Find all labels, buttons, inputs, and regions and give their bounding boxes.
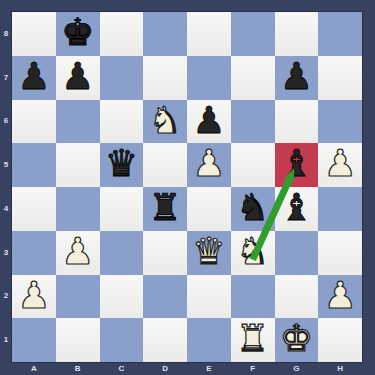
square-g2[interactable] — [275, 275, 319, 319]
square-f1[interactable]: ♜ — [231, 318, 275, 362]
square-g6[interactable] — [275, 100, 319, 144]
piece-white-pawn-b3[interactable]: ♟ — [61, 230, 94, 274]
file-label-c: C — [100, 364, 144, 375]
piece-white-queen-e3[interactable]: ♛ — [192, 230, 225, 274]
square-f3[interactable]: ♞ — [231, 231, 275, 275]
square-e3[interactable]: ♛ — [187, 231, 231, 275]
square-f5[interactable] — [231, 143, 275, 187]
file-label-e: E — [187, 364, 231, 375]
square-e6[interactable]: ♟ — [187, 100, 231, 144]
square-g3[interactable] — [275, 231, 319, 275]
square-c8[interactable] — [100, 12, 144, 56]
square-h4[interactable] — [318, 187, 362, 231]
piece-white-knight-d6[interactable]: ♞ — [149, 99, 182, 143]
square-c7[interactable] — [100, 56, 144, 100]
square-e8[interactable] — [187, 12, 231, 56]
piece-black-queen-c5[interactable]: ♛ — [105, 142, 138, 186]
square-f8[interactable] — [231, 12, 275, 56]
square-g1[interactable]: ♚ — [275, 318, 319, 362]
square-a8[interactable] — [12, 12, 56, 56]
square-a6[interactable] — [12, 100, 56, 144]
rank-label-1: 1 — [0, 335, 12, 345]
square-b7[interactable]: ♟ — [56, 56, 100, 100]
file-label-f: F — [231, 364, 275, 375]
square-d4[interactable]: ♜ — [143, 187, 187, 231]
square-a5[interactable] — [12, 143, 56, 187]
square-e5[interactable]: ♟ — [187, 143, 231, 187]
piece-black-bishop-g5[interactable]: ♝ — [280, 142, 313, 186]
square-b2[interactable] — [56, 275, 100, 319]
square-d8[interactable] — [143, 12, 187, 56]
rank-label-2: 2 — [0, 291, 12, 301]
square-c2[interactable] — [100, 275, 144, 319]
square-a2[interactable]: ♟ — [12, 275, 56, 319]
square-c4[interactable] — [100, 187, 144, 231]
square-e1[interactable] — [187, 318, 231, 362]
chess-board-frame: ♚♟♟♟♞♟♛♟♝♟♜♞♝♟♛♞♟♟♜♚ 87654321 ABCDEFGH — [0, 0, 375, 375]
square-d7[interactable] — [143, 56, 187, 100]
square-d6[interactable]: ♞ — [143, 100, 187, 144]
square-c1[interactable] — [100, 318, 144, 362]
square-h1[interactable] — [318, 318, 362, 362]
square-a1[interactable] — [12, 318, 56, 362]
piece-white-pawn-e5[interactable]: ♟ — [192, 142, 225, 186]
piece-black-pawn-e6[interactable]: ♟ — [192, 99, 225, 143]
piece-black-bishop-g4[interactable]: ♝ — [280, 186, 313, 230]
square-d5[interactable] — [143, 143, 187, 187]
piece-black-knight-f4[interactable]: ♞ — [236, 186, 269, 230]
piece-white-pawn-h2[interactable]: ♟ — [324, 274, 357, 318]
file-label-b: B — [56, 364, 100, 375]
square-d3[interactable] — [143, 231, 187, 275]
square-b3[interactable]: ♟ — [56, 231, 100, 275]
square-f6[interactable] — [231, 100, 275, 144]
piece-black-pawn-g7[interactable]: ♟ — [280, 55, 313, 99]
square-b5[interactable] — [56, 143, 100, 187]
file-label-g: G — [275, 364, 319, 375]
square-c3[interactable] — [100, 231, 144, 275]
square-d2[interactable] — [143, 275, 187, 319]
piece-white-pawn-a2[interactable]: ♟ — [17, 274, 50, 318]
file-label-h: H — [318, 364, 362, 375]
piece-black-king-b8[interactable]: ♚ — [61, 11, 94, 55]
square-h7[interactable] — [318, 56, 362, 100]
square-f2[interactable] — [231, 275, 275, 319]
square-b4[interactable] — [56, 187, 100, 231]
square-f7[interactable] — [231, 56, 275, 100]
chess-board: ♚♟♟♟♞♟♛♟♝♟♜♞♝♟♛♞♟♟♜♚ — [12, 12, 362, 362]
rank-label-6: 6 — [0, 116, 12, 126]
square-a3[interactable] — [12, 231, 56, 275]
square-g4[interactable]: ♝ — [275, 187, 319, 231]
square-g5[interactable]: ♝ — [275, 143, 319, 187]
square-g8[interactable] — [275, 12, 319, 56]
rank-label-8: 8 — [0, 29, 12, 39]
piece-white-knight-f3[interactable]: ♞ — [236, 230, 269, 274]
piece-white-king-g1[interactable]: ♚ — [280, 317, 313, 361]
square-e2[interactable] — [187, 275, 231, 319]
square-c5[interactable]: ♛ — [100, 143, 144, 187]
square-h6[interactable] — [318, 100, 362, 144]
square-b8[interactable]: ♚ — [56, 12, 100, 56]
square-g7[interactable]: ♟ — [275, 56, 319, 100]
square-b6[interactable] — [56, 100, 100, 144]
square-h2[interactable]: ♟ — [318, 275, 362, 319]
file-label-a: A — [12, 364, 56, 375]
square-e4[interactable] — [187, 187, 231, 231]
square-h5[interactable]: ♟ — [318, 143, 362, 187]
piece-black-pawn-b7[interactable]: ♟ — [61, 55, 94, 99]
rank-label-4: 4 — [0, 204, 12, 214]
rank-label-3: 3 — [0, 248, 12, 258]
piece-black-pawn-a7[interactable]: ♟ — [17, 55, 50, 99]
piece-white-rook-f1[interactable]: ♜ — [236, 317, 269, 361]
square-a7[interactable]: ♟ — [12, 56, 56, 100]
square-e7[interactable] — [187, 56, 231, 100]
square-c6[interactable] — [100, 100, 144, 144]
file-label-d: D — [143, 364, 187, 375]
square-d1[interactable] — [143, 318, 187, 362]
rank-label-7: 7 — [0, 73, 12, 83]
piece-white-pawn-h5[interactable]: ♟ — [324, 142, 357, 186]
square-b1[interactable] — [56, 318, 100, 362]
rank-label-5: 5 — [0, 160, 12, 170]
square-f4[interactable]: ♞ — [231, 187, 275, 231]
piece-black-rook-d4[interactable]: ♜ — [149, 186, 182, 230]
square-a4[interactable] — [12, 187, 56, 231]
square-h3[interactable] — [318, 231, 362, 275]
square-h8[interactable] — [318, 12, 362, 56]
